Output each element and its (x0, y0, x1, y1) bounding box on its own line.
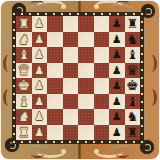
white-pawn[interactable]: ♟ (34, 63, 44, 79)
white-knight[interactable]: ♞ (18, 109, 30, 125)
white-bishop[interactable]: ♝ (18, 94, 30, 110)
white-pawn[interactable]: ♟ (34, 78, 44, 94)
square-b3[interactable] (47, 32, 63, 48)
square-f7[interactable]: ♟ (109, 94, 125, 110)
square-h2[interactable]: ♟ (32, 125, 48, 141)
square-e3[interactable] (47, 78, 63, 94)
chess-grid: ♜♟♟♜♞♟♟♞♝♟♟♝♛♟♟♛♚♟♟♚♝♟♟♝♞♟♟♞♜♟♟♜ (16, 16, 140, 140)
square-c3[interactable] (47, 47, 63, 63)
square-b6[interactable] (94, 32, 110, 48)
black-pawn[interactable]: ♟ (112, 109, 122, 125)
white-rook[interactable]: ♜ (18, 16, 30, 32)
board-photo: ♜♟♟♜♞♟♟♞♝♟♟♝♛♟♟♛♚♟♟♚♝♟♟♝♞♟♟♞♜♟♟♜ (0, 0, 160, 160)
square-d6[interactable] (94, 63, 110, 79)
black-pawn[interactable]: ♟ (112, 94, 122, 110)
square-f5[interactable] (78, 94, 94, 110)
square-h6[interactable] (94, 125, 110, 141)
square-b7[interactable]: ♟ (109, 32, 125, 48)
white-pawn[interactable]: ♟ (34, 47, 44, 63)
square-e5[interactable] (78, 78, 94, 94)
square-g6[interactable] (94, 109, 110, 125)
square-b8[interactable]: ♞ (125, 32, 141, 48)
black-pawn[interactable]: ♟ (112, 78, 122, 94)
white-bishop[interactable]: ♝ (18, 47, 30, 63)
white-king[interactable]: ♚ (17, 78, 30, 94)
black-bishop[interactable]: ♝ (126, 47, 138, 63)
square-g1[interactable]: ♞ (16, 109, 32, 125)
square-g8[interactable]: ♞ (125, 109, 141, 125)
square-g2[interactable]: ♟ (32, 109, 48, 125)
white-pawn[interactable]: ♟ (34, 16, 44, 32)
square-c7[interactable]: ♟ (109, 47, 125, 63)
paisley-swirl-icon (37, 146, 67, 156)
square-a1[interactable]: ♜ (16, 16, 32, 32)
square-f1[interactable]: ♝ (16, 94, 32, 110)
square-c6[interactable] (94, 47, 110, 63)
square-f6[interactable] (94, 94, 110, 110)
black-knight[interactable]: ♞ (126, 109, 138, 125)
square-h5[interactable] (78, 125, 94, 141)
white-queen[interactable]: ♛ (17, 63, 30, 79)
square-g4[interactable] (63, 109, 79, 125)
square-d7[interactable]: ♟ (109, 63, 125, 79)
black-rook[interactable]: ♜ (126, 16, 138, 32)
square-b5[interactable] (78, 32, 94, 48)
black-knight[interactable]: ♞ (126, 32, 138, 48)
black-pawn[interactable]: ♟ (112, 63, 122, 79)
leaf-flourish-icon (146, 89, 157, 106)
square-d5[interactable] (78, 63, 94, 79)
square-b4[interactable] (63, 32, 79, 48)
square-d4[interactable] (63, 63, 79, 79)
square-e1[interactable]: ♚ (16, 78, 32, 94)
square-g3[interactable] (47, 109, 63, 125)
square-f2[interactable]: ♟ (32, 94, 48, 110)
white-rook[interactable]: ♜ (18, 125, 30, 141)
paisley-swirl-icon (93, 146, 123, 156)
square-h7[interactable]: ♟ (109, 125, 125, 141)
white-knight[interactable]: ♞ (18, 32, 30, 48)
square-e6[interactable] (94, 78, 110, 94)
square-c1[interactable]: ♝ (16, 47, 32, 63)
square-h4[interactable] (63, 125, 79, 141)
square-c4[interactable] (63, 47, 79, 63)
white-pawn[interactable]: ♟ (34, 109, 44, 125)
square-a5[interactable] (78, 16, 94, 32)
white-pawn[interactable]: ♟ (34, 32, 44, 48)
square-h1[interactable]: ♜ (16, 125, 32, 141)
square-a6[interactable] (94, 16, 110, 32)
square-b1[interactable]: ♞ (16, 32, 32, 48)
black-pawn[interactable]: ♟ (112, 16, 122, 32)
square-h3[interactable] (47, 125, 63, 141)
square-d8[interactable]: ♛ (125, 63, 141, 79)
paisley-swirl-icon (37, 2, 67, 12)
black-pawn[interactable]: ♟ (112, 125, 122, 141)
square-e7[interactable]: ♟ (109, 78, 125, 94)
square-f3[interactable] (47, 94, 63, 110)
square-a3[interactable] (47, 16, 63, 32)
square-a8[interactable]: ♜ (125, 16, 141, 32)
black-bishop[interactable]: ♝ (126, 94, 138, 110)
black-rook[interactable]: ♜ (126, 125, 138, 141)
square-c8[interactable]: ♝ (125, 47, 141, 63)
black-pawn[interactable]: ♟ (112, 32, 122, 48)
white-pawn[interactable]: ♟ (34, 94, 44, 110)
square-h8[interactable]: ♜ (125, 125, 141, 141)
chess-board: ♜♟♟♜♞♟♟♞♝♟♟♝♛♟♟♛♚♟♟♚♝♟♟♝♞♟♟♞♜♟♟♜ (1, 1, 159, 159)
white-pawn[interactable]: ♟ (34, 125, 44, 141)
square-a2[interactable]: ♟ (32, 16, 48, 32)
square-a7[interactable]: ♟ (109, 16, 125, 32)
square-d3[interactable] (47, 63, 63, 79)
black-queen[interactable]: ♛ (126, 63, 139, 79)
leaf-flourish-icon (146, 55, 157, 72)
square-b2[interactable]: ♟ (32, 32, 48, 48)
square-c2[interactable]: ♟ (32, 47, 48, 63)
square-f4[interactable] (63, 94, 79, 110)
paisley-swirl-icon (93, 2, 123, 12)
square-e2[interactable]: ♟ (32, 78, 48, 94)
black-pawn[interactable]: ♟ (112, 47, 122, 63)
square-d1[interactable]: ♛ (16, 63, 32, 79)
square-e8[interactable]: ♚ (125, 78, 141, 94)
square-e4[interactable] (63, 78, 79, 94)
square-f8[interactable]: ♝ (125, 94, 141, 110)
square-c5[interactable] (78, 47, 94, 63)
square-d2[interactable]: ♟ (32, 63, 48, 79)
black-king[interactable]: ♚ (126, 78, 139, 94)
square-g7[interactable]: ♟ (109, 109, 125, 125)
square-a4[interactable] (63, 16, 79, 32)
square-g5[interactable] (78, 109, 94, 125)
